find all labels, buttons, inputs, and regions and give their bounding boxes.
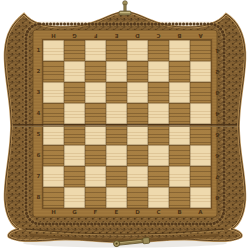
square-b6[interactable] xyxy=(169,145,190,166)
square-h7[interactable] xyxy=(43,166,64,187)
square-h2[interactable] xyxy=(43,61,64,82)
square-f3[interactable] xyxy=(85,82,106,103)
square-c2[interactable] xyxy=(148,61,169,82)
fold-seam xyxy=(13,124,237,127)
square-g7[interactable] xyxy=(64,166,85,187)
clasp-icon xyxy=(114,0,136,17)
square-h4[interactable] xyxy=(43,103,64,124)
square-c6[interactable] xyxy=(148,145,169,166)
square-c5[interactable] xyxy=(148,124,169,145)
photo-of-carved-chess-board: HGFEDCBA HGFEDCBA 12345678 12345678 xyxy=(0,0,250,250)
square-g3[interactable] xyxy=(64,82,85,103)
square-f7[interactable] xyxy=(85,166,106,187)
square-a8[interactable] xyxy=(190,187,211,208)
square-d8[interactable] xyxy=(127,187,148,208)
square-g6[interactable] xyxy=(64,145,85,166)
square-a7[interactable] xyxy=(190,166,211,187)
square-h3[interactable] xyxy=(43,82,64,103)
square-e7[interactable] xyxy=(106,166,127,187)
square-d4[interactable] xyxy=(127,103,148,124)
square-f6[interactable] xyxy=(85,145,106,166)
square-d3[interactable] xyxy=(127,82,148,103)
square-b1[interactable] xyxy=(169,40,190,61)
square-c1[interactable] xyxy=(148,40,169,61)
square-f5[interactable] xyxy=(85,124,106,145)
square-f4[interactable] xyxy=(85,103,106,124)
square-b2[interactable] xyxy=(169,61,190,82)
square-b8[interactable] xyxy=(169,187,190,208)
square-g4[interactable] xyxy=(64,103,85,124)
square-b5[interactable] xyxy=(169,124,190,145)
square-g2[interactable] xyxy=(64,61,85,82)
square-f8[interactable] xyxy=(85,187,106,208)
square-e1[interactable] xyxy=(106,40,127,61)
square-c7[interactable] xyxy=(148,166,169,187)
square-d6[interactable] xyxy=(127,145,148,166)
square-b3[interactable] xyxy=(169,82,190,103)
square-h1[interactable] xyxy=(43,40,64,61)
square-g5[interactable] xyxy=(64,124,85,145)
square-d5[interactable] xyxy=(127,124,148,145)
square-e8[interactable] xyxy=(106,187,127,208)
square-a3[interactable] xyxy=(190,82,211,103)
square-d2[interactable] xyxy=(127,61,148,82)
square-a6[interactable] xyxy=(190,145,211,166)
square-a4[interactable] xyxy=(190,103,211,124)
square-c3[interactable] xyxy=(148,82,169,103)
square-h8[interactable] xyxy=(43,187,64,208)
square-h6[interactable] xyxy=(43,145,64,166)
square-c8[interactable] xyxy=(148,187,169,208)
square-a1[interactable] xyxy=(190,40,211,61)
hinge-latch-icon xyxy=(110,235,154,249)
square-f2[interactable] xyxy=(85,61,106,82)
square-e5[interactable] xyxy=(106,124,127,145)
square-e4[interactable] xyxy=(106,103,127,124)
square-h5[interactable] xyxy=(43,124,64,145)
square-e2[interactable] xyxy=(106,61,127,82)
square-d7[interactable] xyxy=(127,166,148,187)
square-e6[interactable] xyxy=(106,145,127,166)
square-c4[interactable] xyxy=(148,103,169,124)
square-f1[interactable] xyxy=(85,40,106,61)
square-e3[interactable] xyxy=(106,82,127,103)
square-b4[interactable] xyxy=(169,103,190,124)
square-g8[interactable] xyxy=(64,187,85,208)
square-a5[interactable] xyxy=(190,124,211,145)
square-g1[interactable] xyxy=(64,40,85,61)
square-a2[interactable] xyxy=(190,61,211,82)
square-d1[interactable] xyxy=(127,40,148,61)
square-b7[interactable] xyxy=(169,166,190,187)
